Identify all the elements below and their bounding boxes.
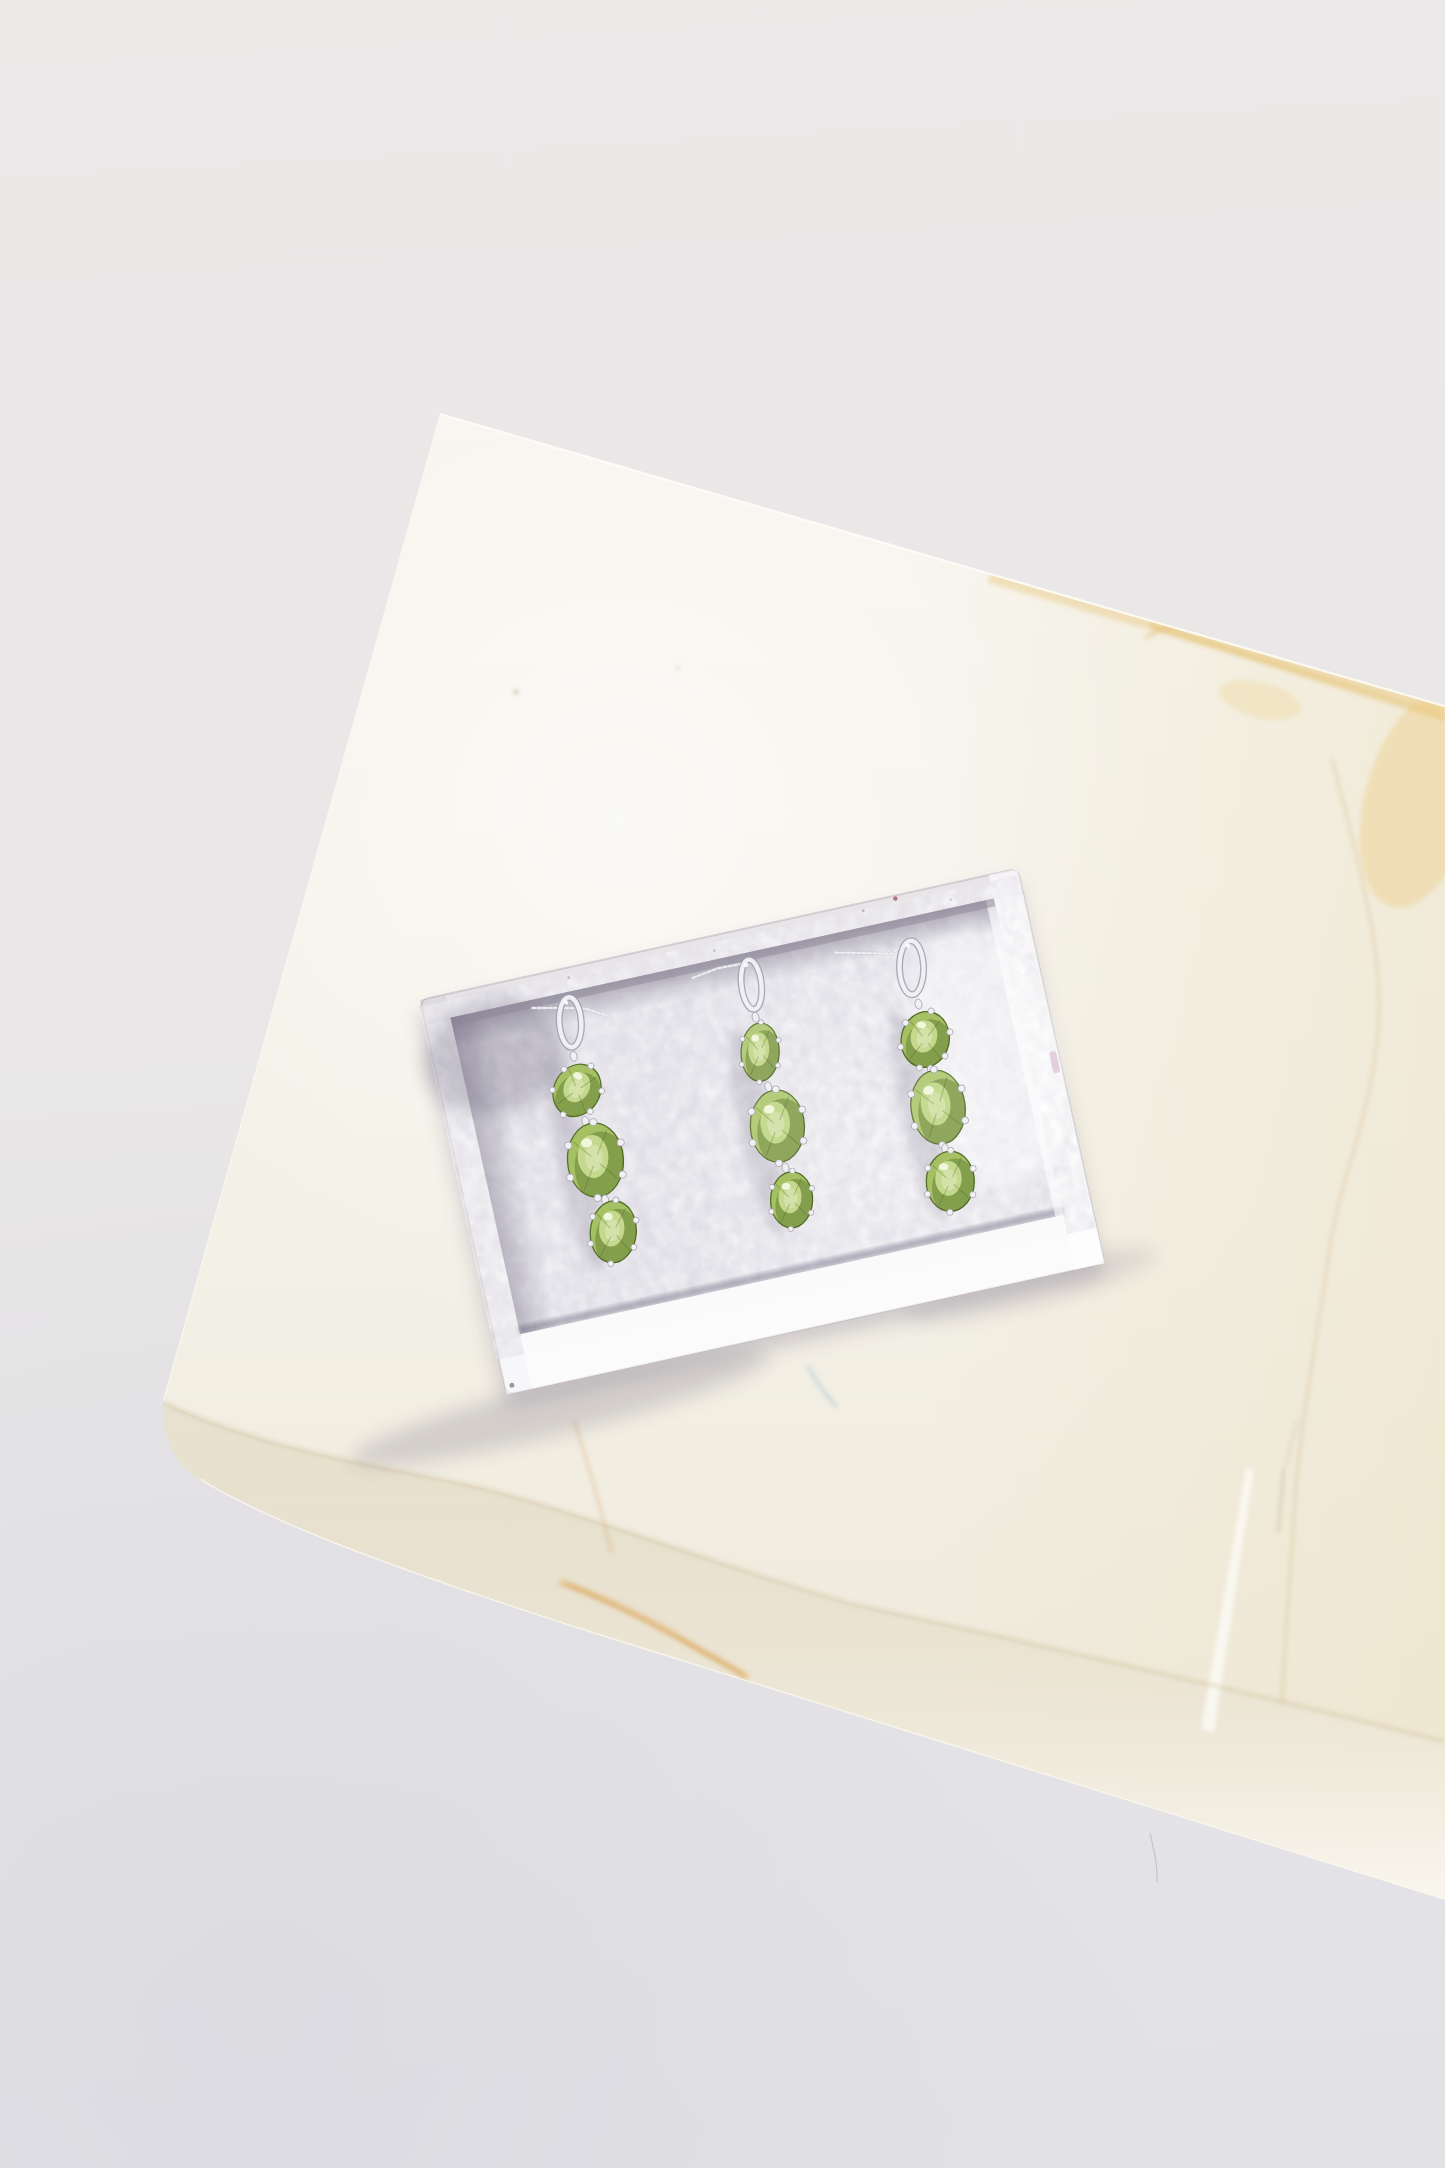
prong [594,1194,602,1202]
prong [775,1063,780,1068]
prong [564,1142,572,1150]
photo-canvas [0,0,1445,2168]
prong [798,1106,805,1113]
prong [758,1020,763,1025]
prong [740,1036,745,1041]
prong [808,1210,814,1216]
prong [587,1240,593,1246]
prong [769,1209,775,1215]
prong [748,1108,755,1115]
prong [566,1174,574,1182]
prong [772,1086,779,1093]
prong [958,1085,966,1093]
prong [776,1037,781,1042]
prong [925,1165,931,1171]
prong [961,1116,969,1124]
prong [911,1122,919,1130]
prong [608,1261,614,1267]
prong [589,1213,595,1219]
prong [790,1168,796,1174]
prong [769,1184,775,1190]
prong [633,1217,639,1223]
prong [970,1192,976,1198]
prong [809,1185,815,1191]
slab-speck-1 [514,690,518,694]
prong [589,1118,597,1126]
prong [617,1139,625,1147]
scene-svg [0,0,1445,2168]
prong [775,1160,782,1167]
prong [970,1165,976,1171]
prong [613,1197,619,1203]
prong [788,1226,794,1232]
prong [800,1137,807,1144]
prong [907,1090,915,1098]
prong [749,1139,756,1146]
prong [930,1066,938,1074]
prong [947,1209,953,1215]
prong [947,1147,953,1153]
prong [631,1244,637,1250]
prong [757,1079,762,1084]
prong [739,1062,744,1067]
slab-speck-2 [676,666,680,670]
prong [619,1171,627,1179]
prong [924,1191,930,1197]
